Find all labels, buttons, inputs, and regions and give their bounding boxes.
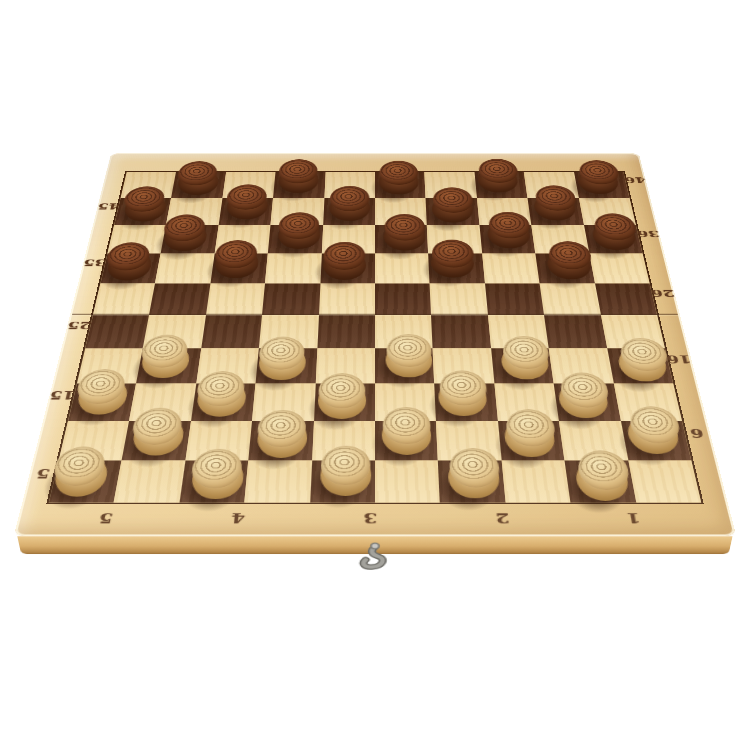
light-square bbox=[430, 283, 488, 315]
light-checker[interactable]: ⛀ bbox=[53, 460, 110, 500]
dark-square[interactable]: ⛂ bbox=[375, 172, 426, 198]
dark-checker[interactable]: ⛂ bbox=[330, 199, 370, 225]
light-checker[interactable]: ⛀ bbox=[76, 383, 129, 418]
dark-square[interactable] bbox=[485, 283, 544, 315]
checker-top bbox=[321, 445, 371, 484]
dark-checker[interactable]: ⛂ bbox=[384, 227, 425, 254]
dark-square[interactable]: ⛀ bbox=[375, 348, 435, 383]
dark-square[interactable]: ⛀ bbox=[191, 384, 256, 421]
dark-square[interactable]: ⛂ bbox=[574, 172, 630, 198]
light-checker[interactable]: ⛀ bbox=[574, 464, 630, 504]
dark-square[interactable]: ⛀ bbox=[136, 348, 201, 383]
light-checker[interactable]: ⛀ bbox=[319, 387, 366, 422]
light-checker[interactable]: ⛀ bbox=[616, 351, 668, 384]
dark-checker[interactable]: ⛂ bbox=[177, 174, 219, 198]
dark-square[interactable]: ⛂ bbox=[114, 198, 171, 225]
photo-scene: ⛂⛂⛂⛂⛂⛂⛂⛂⛂⛂⛂⛂⛂⛂⛂⛂⛂⛂⛂⛂⛀⛀⛀⛀⛀⛀⛀⛀⛀⛀⛀⛀⛀⛀⛀⛀⛀⛀⛀⛀… bbox=[0, 0, 750, 750]
dark-square[interactable] bbox=[262, 283, 320, 315]
checker-top bbox=[382, 407, 431, 444]
dark-checker[interactable]: ⛂ bbox=[123, 199, 168, 225]
dark-checker[interactable]: ⛂ bbox=[106, 255, 153, 283]
light-checker[interactable]: ⛀ bbox=[132, 421, 186, 458]
dark-square[interactable]: ⛀ bbox=[375, 421, 438, 461]
light-checker[interactable]: ⛀ bbox=[501, 349, 550, 382]
draughts-board: ⛂⛂⛂⛂⛂⛂⛂⛂⛂⛂⛂⛂⛂⛂⛂⛂⛂⛂⛂⛂⛀⛀⛀⛀⛀⛀⛀⛀⛀⛀⛀⛀⛀⛀⛀⛀⛀⛀⛀⛀… bbox=[14, 153, 737, 536]
row-label-right-26: 26 bbox=[650, 287, 676, 299]
playing-field-grid: ⛂⛂⛂⛂⛂⛂⛂⛂⛂⛂⛂⛂⛂⛂⛂⛂⛂⛂⛂⛂⛀⛀⛀⛀⛀⛀⛀⛀⛀⛀⛀⛀⛀⛀⛀⛀⛀⛀⛀⛀ bbox=[49, 172, 701, 502]
checker-top bbox=[386, 334, 432, 367]
dark-square[interactable]: ⛀ bbox=[179, 461, 248, 503]
dark-checker[interactable]: ⛂ bbox=[478, 171, 519, 195]
dark-square[interactable]: ⛂ bbox=[320, 253, 375, 283]
dark-checker[interactable]: ⛂ bbox=[576, 173, 619, 197]
board-front-edge bbox=[17, 536, 732, 554]
col-label-bottom-3: 3 bbox=[363, 510, 377, 527]
dark-square[interactable]: ⛀ bbox=[122, 421, 191, 461]
dark-square[interactable]: ⛀ bbox=[438, 461, 505, 503]
light-square bbox=[206, 283, 265, 315]
light-checker[interactable]: ⛀ bbox=[197, 385, 247, 420]
dark-square[interactable] bbox=[595, 283, 657, 315]
dark-checker[interactable]: ⛂ bbox=[487, 225, 530, 252]
dark-square[interactable] bbox=[375, 283, 431, 315]
dark-square[interactable]: ⛂ bbox=[171, 172, 226, 198]
light-checker[interactable]: ⛀ bbox=[448, 462, 500, 502]
light-checker[interactable]: ⛀ bbox=[382, 421, 430, 458]
dark-checker[interactable]: ⛂ bbox=[533, 198, 576, 224]
checker-top bbox=[432, 187, 473, 212]
col-label-bottom-4: 4 bbox=[230, 510, 245, 527]
checker-top bbox=[384, 214, 425, 241]
col-label-bottom-1: 1 bbox=[626, 510, 643, 527]
dark-square[interactable]: ⛂ bbox=[474, 172, 527, 198]
light-checker[interactable]: ⛀ bbox=[439, 384, 487, 419]
dark-square[interactable]: ⛀ bbox=[435, 384, 498, 421]
dark-checker[interactable]: ⛂ bbox=[431, 253, 474, 281]
light-checker[interactable]: ⛀ bbox=[504, 423, 556, 460]
checker-top bbox=[323, 242, 365, 270]
dark-checker[interactable]: ⛂ bbox=[324, 255, 366, 283]
light-checker[interactable]: ⛀ bbox=[257, 423, 307, 460]
light-checker[interactable]: ⛀ bbox=[192, 462, 246, 502]
row-label-right-36: 36 bbox=[636, 228, 661, 239]
dark-square[interactable]: ⛀ bbox=[248, 421, 313, 461]
dark-square[interactable]: ⛂ bbox=[210, 253, 268, 283]
dark-square[interactable] bbox=[85, 315, 149, 348]
dark-square[interactable] bbox=[317, 315, 375, 348]
dark-checker[interactable]: ⛂ bbox=[163, 227, 208, 254]
dark-square[interactable] bbox=[431, 315, 491, 348]
dark-square[interactable]: ⛀ bbox=[621, 421, 692, 461]
row-label-right-6: 6 bbox=[689, 426, 706, 441]
light-checker[interactable]: ⛀ bbox=[259, 350, 306, 383]
col-label-bottom-2: 2 bbox=[494, 510, 509, 527]
row-label-right-46: 46 bbox=[623, 175, 646, 185]
dark-square[interactable]: ⛂ bbox=[100, 253, 161, 283]
light-checker[interactable]: ⛀ bbox=[321, 459, 371, 499]
dark-square[interactable]: ⛀ bbox=[68, 384, 136, 421]
dark-square[interactable]: ⛀ bbox=[554, 384, 621, 421]
dark-square[interactable]: ⛀ bbox=[256, 348, 317, 383]
light-square bbox=[628, 461, 701, 503]
dark-square[interactable]: ⛀ bbox=[310, 461, 375, 503]
dark-square[interactable]: ⛂ bbox=[584, 225, 643, 253]
dark-checker[interactable]: ⛂ bbox=[215, 253, 260, 281]
product-photo-background: ⛂⛂⛂⛂⛂⛂⛂⛂⛂⛂⛂⛂⛂⛂⛂⛂⛂⛂⛂⛂⛀⛀⛀⛀⛀⛀⛀⛀⛀⛀⛀⛀⛀⛀⛀⛀⛀⛀⛀⛀… bbox=[0, 0, 750, 750]
dark-square[interactable]: ⛂ bbox=[323, 198, 375, 225]
dark-checker[interactable]: ⛂ bbox=[591, 226, 637, 253]
light-checker[interactable]: ⛀ bbox=[386, 347, 432, 380]
dark-checker[interactable]: ⛂ bbox=[278, 225, 320, 252]
light-checker[interactable]: ⛀ bbox=[625, 420, 680, 457]
dark-square[interactable]: ⛂ bbox=[268, 225, 323, 253]
dark-square[interactable]: ⛀ bbox=[49, 461, 122, 503]
dark-square[interactable] bbox=[201, 315, 262, 348]
dark-square[interactable]: ⛂ bbox=[273, 172, 325, 198]
light-checker[interactable]: ⛀ bbox=[141, 348, 191, 381]
dark-checker[interactable]: ⛂ bbox=[227, 197, 269, 222]
col-label-bottom-5: 5 bbox=[98, 510, 115, 527]
light-checker[interactable]: ⛀ bbox=[557, 386, 609, 421]
dark-square[interactable] bbox=[544, 315, 607, 348]
dark-square[interactable]: ⛂ bbox=[219, 198, 274, 225]
dark-square[interactable]: ⛀ bbox=[314, 384, 375, 421]
dark-checker[interactable]: ⛂ bbox=[279, 172, 319, 196]
checker-top bbox=[330, 186, 370, 211]
dark-checker[interactable]: ⛂ bbox=[546, 254, 592, 282]
row-label-left-45: 45 bbox=[97, 201, 121, 211]
checker-top bbox=[318, 373, 365, 408]
dark-checker[interactable]: ⛂ bbox=[432, 200, 473, 226]
dark-square[interactable]: ⛂ bbox=[428, 253, 484, 283]
light-square bbox=[375, 461, 440, 503]
dark-square[interactable]: ⛀ bbox=[498, 421, 565, 461]
dark-square[interactable]: ⛀ bbox=[607, 348, 673, 383]
dark-square[interactable]: ⛂ bbox=[535, 253, 594, 283]
dark-square[interactable]: ⛂ bbox=[426, 198, 479, 225]
dark-square[interactable]: ⛂ bbox=[375, 225, 428, 253]
dark-square[interactable]: ⛂ bbox=[528, 198, 584, 225]
light-square bbox=[482, 253, 540, 283]
dark-square[interactable] bbox=[149, 283, 210, 315]
dark-square[interactable]: ⛂ bbox=[161, 225, 219, 253]
dark-square[interactable]: ⛀ bbox=[565, 461, 636, 503]
dark-square[interactable]: ⛀ bbox=[491, 348, 554, 383]
dark-square[interactable]: ⛂ bbox=[479, 225, 535, 253]
checker-top bbox=[379, 160, 418, 184]
clasp-hook-icon bbox=[358, 542, 391, 574]
row-label-right-16: 16 bbox=[665, 353, 693, 366]
dark-checker[interactable]: ⛂ bbox=[379, 173, 418, 197]
checker-top bbox=[431, 239, 474, 267]
